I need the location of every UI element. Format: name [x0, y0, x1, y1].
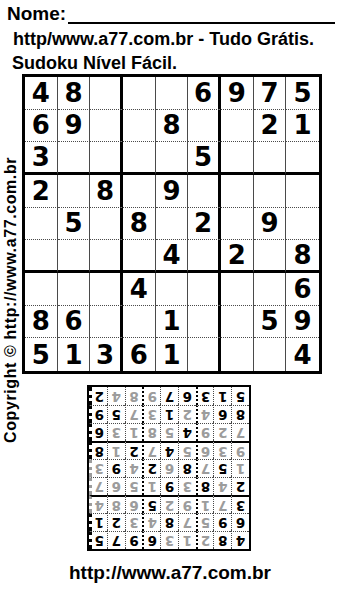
cell-r8c5[interactable]: 1 [156, 306, 189, 339]
cell-r8c2[interactable]: 6 [58, 306, 91, 339]
solution-cell-r1c1: 4 [231, 531, 249, 549]
solution-cell-r3c2: 7 [213, 495, 231, 513]
solution-cell-r1c9: 5 [89, 531, 107, 549]
solution-cell-r3c8: 8 [107, 495, 125, 513]
solution-cell-r4c7: 5 [125, 477, 143, 495]
solution-cell-r3c5: 2 [160, 495, 178, 513]
name-row: Nome: [0, 0, 340, 24]
solution-cell-r7c2: 2 [213, 423, 231, 441]
cell-r9c5[interactable]: 1 [156, 338, 189, 371]
cell-r1c2[interactable]: 8 [58, 77, 91, 110]
solution-cell-r2c5: 8 [160, 513, 178, 531]
cell-r6c5[interactable]: 4 [156, 240, 189, 273]
cell-r2c4[interactable] [123, 110, 156, 143]
cell-r5c4[interactable]: 8 [123, 208, 156, 241]
cell-r6c7[interactable]: 2 [221, 240, 254, 273]
cell-r3c3[interactable] [90, 142, 123, 175]
solution-cell-r9c8: 4 [107, 387, 125, 405]
cell-r7c4[interactable]: 4 [123, 273, 156, 306]
cell-r4c7[interactable] [221, 175, 254, 208]
solution-grid: 4821369756957843213719256842483915671578… [87, 385, 251, 551]
cell-r5c1[interactable] [25, 208, 58, 241]
cell-r5c9[interactable] [286, 208, 319, 241]
cell-r6c6[interactable] [188, 240, 221, 273]
solution-cell-r8c1: 8 [231, 405, 249, 423]
name-label: Nome: [7, 3, 66, 24]
cell-r5c7[interactable] [221, 208, 254, 241]
cell-r9c6[interactable] [188, 338, 221, 371]
solution-cell-r8c5: 1 [160, 405, 178, 423]
solution-cell-r5c4: 8 [178, 459, 196, 477]
solution-cell-r2c7: 3 [125, 513, 143, 531]
solution-cell-r2c6: 4 [142, 513, 160, 531]
solution-cell-r7c9: 6 [89, 423, 107, 441]
cell-r4c3[interactable]: 8 [90, 175, 123, 208]
cell-r5c2[interactable]: 5 [58, 208, 91, 241]
cell-r2c5[interactable]: 8 [156, 110, 189, 143]
solution-cell-r7c6: 8 [142, 423, 160, 441]
solution-cell-r8c2: 6 [213, 405, 231, 423]
solution-cell-r4c9: 7 [89, 477, 107, 495]
solution-cell-r8c7: 7 [125, 405, 143, 423]
cell-r5c8[interactable]: 9 [254, 208, 287, 241]
solution-cell-r8c3: 4 [196, 405, 214, 423]
footer-url: http://www.a77.com.br [0, 562, 340, 584]
solution-cell-r9c7: 8 [125, 387, 143, 405]
cell-r6c2[interactable] [58, 240, 91, 273]
cell-r4c1[interactable]: 2 [25, 175, 58, 208]
cell-r2c1[interactable]: 6 [25, 110, 58, 143]
solution-cell-r1c2: 8 [213, 531, 231, 549]
solution-cell-r6c5: 4 [160, 441, 178, 459]
solution-cell-r5c6: 2 [142, 459, 160, 477]
solution-cell-r2c8: 2 [107, 513, 125, 531]
cell-r9c7[interactable] [221, 338, 254, 371]
cell-r8c3[interactable] [90, 306, 123, 339]
solution-cell-r9c6: 9 [142, 387, 160, 405]
solution-cell-r7c1: 7 [231, 423, 249, 441]
cell-r1c3[interactable] [90, 77, 123, 110]
solution-cell-r9c1: 5 [231, 387, 249, 405]
cell-r3c8[interactable] [254, 142, 287, 175]
cell-r5c6[interactable]: 2 [188, 208, 221, 241]
cell-r7c5[interactable] [156, 273, 189, 306]
solution-cell-r3c9: 4 [89, 495, 107, 513]
cell-r9c9[interactable]: 4 [286, 338, 319, 371]
solution-cell-r9c4: 6 [178, 387, 196, 405]
level-line: Sudoku Nível Fácil. [12, 53, 340, 74]
cell-r7c6[interactable] [188, 273, 221, 306]
cell-r1c4[interactable] [123, 77, 156, 110]
cell-r3c9[interactable] [286, 142, 319, 175]
cell-r2c6[interactable] [188, 110, 221, 143]
solution-cell-r2c1: 6 [231, 513, 249, 531]
solution-cell-r5c1: 1 [231, 459, 249, 477]
cell-r5c5[interactable] [156, 208, 189, 241]
cell-r7c3[interactable] [90, 273, 123, 306]
solution-cell-r2c9: 1 [89, 513, 107, 531]
solution-cell-r1c4: 1 [178, 531, 196, 549]
solution-cell-r1c8: 7 [107, 531, 125, 549]
solution-cell-r4c1: 2 [231, 477, 249, 495]
cell-r7c7[interactable] [221, 273, 254, 306]
solution-cell-r5c7: 4 [125, 459, 143, 477]
solution-cell-r6c2: 3 [213, 441, 231, 459]
cell-r1c7[interactable]: 9 [221, 77, 254, 110]
solution-cell-r5c9: 3 [89, 459, 107, 477]
cell-r3c7[interactable] [221, 142, 254, 175]
cell-r9c4[interactable]: 6 [123, 338, 156, 371]
solution-cell-r6c4: 5 [178, 441, 196, 459]
cell-r9c8[interactable] [254, 338, 287, 371]
name-line [68, 3, 335, 24]
cell-r6c1[interactable] [25, 240, 58, 273]
solution-cell-r8c4: 2 [178, 405, 196, 423]
cell-r2c7[interactable] [221, 110, 254, 143]
solution-cell-r2c3: 5 [196, 513, 214, 531]
solution-cell-r1c6: 6 [142, 531, 160, 549]
cell-r3c5[interactable] [156, 142, 189, 175]
solution-cell-r2c4: 7 [178, 513, 196, 531]
cell-r7c1[interactable] [25, 273, 58, 306]
cell-r8c8[interactable]: 5 [254, 306, 287, 339]
solution-cell-r5c5: 6 [160, 459, 178, 477]
solution-cell-r8c8: 5 [107, 405, 125, 423]
cell-r4c8[interactable] [254, 175, 287, 208]
solution-cell-r4c8: 6 [107, 477, 125, 495]
cell-r8c6[interactable] [188, 306, 221, 339]
solution-cell-r3c3: 1 [196, 495, 214, 513]
cell-r1c9[interactable]: 5 [286, 77, 319, 110]
cell-r2c3[interactable] [90, 110, 123, 143]
copyright-vertical-text: Copyright © http://www.a77.com.br [2, 157, 20, 443]
cell-r6c8[interactable] [254, 240, 287, 273]
cell-r9c3[interactable]: 3 [90, 338, 123, 371]
cell-r1c5[interactable] [156, 77, 189, 110]
cell-r7c2[interactable] [58, 273, 91, 306]
solution-cell-r9c9: 2 [89, 387, 107, 405]
solution-cell-r5c3: 7 [196, 459, 214, 477]
cell-r7c8[interactable] [254, 273, 287, 306]
cell-r8c9[interactable]: 9 [286, 306, 319, 339]
cell-r4c2[interactable] [58, 175, 91, 208]
solution-cell-r7c5: 5 [160, 423, 178, 441]
solution-cell-r9c5: 7 [160, 387, 178, 405]
cell-r1c6[interactable]: 6 [188, 77, 221, 110]
solution-cell-r6c9: 8 [89, 441, 107, 459]
solution-cell-r1c5: 3 [160, 531, 178, 549]
solution-cell-r7c3: 9 [196, 423, 214, 441]
solution-cell-r4c6: 1 [142, 477, 160, 495]
solution-cell-r4c5: 9 [160, 477, 178, 495]
solution-cell-r9c3: 3 [196, 387, 214, 405]
cell-r8c7[interactable] [221, 306, 254, 339]
cell-r5c3[interactable] [90, 208, 123, 241]
solution-cell-r9c2: 1 [213, 387, 231, 405]
solution-cell-r8c9: 9 [89, 405, 107, 423]
cell-r1c1[interactable]: 4 [25, 77, 58, 110]
cell-r9c2[interactable]: 1 [58, 338, 91, 371]
cell-r8c1[interactable]: 8 [25, 306, 58, 339]
cell-r6c9[interactable]: 8 [286, 240, 319, 273]
site-line: http/www.a77.com.br - Tudo Grátis. [13, 29, 338, 50]
solution-cell-r3c1: 3 [231, 495, 249, 513]
cell-r4c6[interactable] [188, 175, 221, 208]
solution-cell-r4c3: 8 [196, 477, 214, 495]
solution-cell-r7c7: 1 [125, 423, 143, 441]
solution-cell-r5c2: 5 [213, 459, 231, 477]
solution-cell-r3c4: 9 [178, 495, 196, 513]
cell-r4c5[interactable]: 9 [156, 175, 189, 208]
solution-cell-r6c8: 1 [107, 441, 125, 459]
cell-r3c1[interactable]: 3 [25, 142, 58, 175]
cell-r6c3[interactable] [90, 240, 123, 273]
solution-cell-r3c6: 5 [142, 495, 160, 513]
solution-cell-r7c8: 3 [107, 423, 125, 441]
solution-cell-r6c1: 9 [231, 441, 249, 459]
solution-cell-r3c7: 6 [125, 495, 143, 513]
solution-cell-r6c7: 2 [125, 441, 143, 459]
solution-cell-r6c6: 7 [142, 441, 160, 459]
cell-r7c9[interactable]: 6 [286, 273, 319, 306]
cell-r1c8[interactable]: 7 [254, 77, 287, 110]
solution-cell-r1c7: 9 [125, 531, 143, 549]
cell-r3c6[interactable]: 5 [188, 142, 221, 175]
cell-r2c2[interactable]: 9 [58, 110, 91, 143]
solution-cell-r4c4: 3 [178, 477, 196, 495]
solution-cell-r2c2: 9 [213, 513, 231, 531]
solution-cell-r7c4: 4 [178, 423, 196, 441]
sudoku-grid: 486975698213528958294284686159513614 [22, 74, 322, 374]
cell-r2c9[interactable]: 1 [286, 110, 319, 143]
solution-cell-r1c3: 2 [196, 531, 214, 549]
cell-r8c4[interactable] [123, 306, 156, 339]
solution-cell-r4c2: 4 [213, 477, 231, 495]
cell-r6c4[interactable] [123, 240, 156, 273]
solution-cell-r8c6: 3 [142, 405, 160, 423]
cell-r4c9[interactable] [286, 175, 319, 208]
cell-r4c4[interactable] [123, 175, 156, 208]
solution-cell-r5c8: 9 [107, 459, 125, 477]
solution-cell-r6c3: 6 [196, 441, 214, 459]
cell-r3c4[interactable] [123, 142, 156, 175]
cell-r9c1[interactable]: 5 [25, 338, 58, 371]
cell-r3c2[interactable] [58, 142, 91, 175]
cell-r2c8[interactable]: 2 [254, 110, 287, 143]
